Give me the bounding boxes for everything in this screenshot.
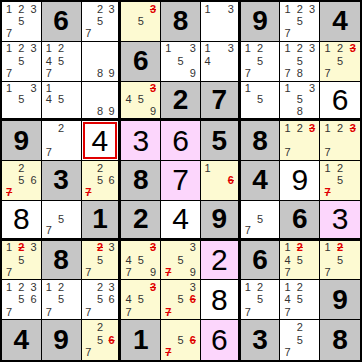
pencil-marks: 57 bbox=[43, 202, 80, 237]
candidate-digit: 5 bbox=[15, 15, 27, 27]
candidate-digit: 3 bbox=[187, 281, 199, 293]
candidate-digit: 5 bbox=[135, 294, 147, 306]
candidate-digit: 2 bbox=[15, 43, 27, 55]
pencil-marks: 257 bbox=[281, 321, 318, 359]
cell-r2c5[interactable]: 1359 bbox=[161, 42, 201, 82]
eliminated-candidate: 2 bbox=[15, 242, 27, 254]
cell-r4c4[interactable]: 3 bbox=[121, 121, 161, 161]
empty-slot bbox=[306, 94, 318, 106]
candidate-digit: 2 bbox=[334, 43, 347, 55]
cell-r5c3[interactable]: 2567 bbox=[82, 161, 122, 201]
empty-slot bbox=[242, 202, 254, 214]
empty-slot bbox=[346, 266, 359, 278]
empty-slot bbox=[15, 28, 27, 40]
empty-slot bbox=[346, 67, 359, 79]
pencil-marks: 123578 bbox=[281, 43, 318, 80]
empty-slot bbox=[174, 266, 186, 278]
cell-r9c8[interactable]: 257 bbox=[280, 320, 320, 360]
empty-slot bbox=[55, 147, 67, 159]
empty-slot bbox=[28, 254, 40, 266]
candidate-digit: 7 bbox=[321, 266, 334, 278]
cell-r7c9[interactable]: 1257 bbox=[320, 241, 360, 281]
candidate-digit: 1 bbox=[242, 83, 254, 95]
empty-slot bbox=[174, 281, 186, 293]
given-digit: 6 bbox=[133, 47, 149, 75]
empty-slot bbox=[106, 266, 118, 278]
candidate-digit: 4 bbox=[202, 55, 214, 67]
empty-slot bbox=[83, 334, 95, 347]
empty-slot bbox=[213, 174, 225, 186]
candidate-digit: 3 bbox=[106, 281, 118, 293]
empty-slot bbox=[3, 162, 15, 174]
pencil-marks: 12457 bbox=[281, 242, 318, 279]
cell-r9c2[interactable]: 9 bbox=[42, 320, 82, 360]
cell-r3c6[interactable]: 7 bbox=[201, 82, 241, 122]
candidate-digit: 9 bbox=[187, 266, 199, 278]
candidate-digit: 6 bbox=[106, 174, 118, 186]
candidate-digit: 1 bbox=[242, 43, 254, 55]
cell-r7c4[interactable]: 34579 bbox=[121, 241, 161, 281]
cell-r7c6[interactable]: 2 bbox=[201, 241, 241, 281]
empty-slot bbox=[106, 187, 118, 199]
candidate-digit: 4 bbox=[281, 254, 293, 266]
pencil-marks: 12357 bbox=[281, 3, 318, 40]
empty-slot bbox=[67, 213, 79, 225]
empty-slot bbox=[174, 306, 186, 318]
eliminated-candidate: 7 bbox=[162, 266, 174, 278]
empty-slot bbox=[67, 43, 79, 55]
cell-r5c1[interactable]: 2567 bbox=[2, 161, 42, 201]
candidate-digit: 7 bbox=[281, 67, 293, 79]
candidate-digit: 5 bbox=[294, 55, 306, 67]
empty-slot bbox=[135, 281, 147, 293]
cell-r2c3[interactable]: 89 bbox=[82, 42, 122, 82]
empty-slot bbox=[94, 306, 106, 318]
cell-r3c4[interactable]: 3459 bbox=[121, 82, 161, 122]
empty-slot bbox=[334, 187, 347, 199]
solved-digit: 6 bbox=[172, 126, 189, 156]
cell-r2c6[interactable]: 134 bbox=[201, 42, 241, 82]
given-digit: 2 bbox=[133, 205, 149, 233]
cell-r9c5[interactable]: 567 bbox=[161, 320, 201, 360]
pencil-marks: 1257 bbox=[242, 43, 279, 80]
eliminated-candidate: 3 bbox=[147, 242, 159, 254]
given-digit: 3 bbox=[252, 326, 268, 354]
pencil-marks: 3579 bbox=[162, 242, 199, 279]
cell-r4c5[interactable]: 6 bbox=[161, 121, 201, 161]
empty-slot bbox=[122, 3, 134, 15]
candidate-digit: 1 bbox=[3, 43, 15, 55]
cell-r2c8[interactable]: 123578 bbox=[280, 42, 320, 82]
given-digit: 8 bbox=[332, 326, 348, 354]
cell-r6c3[interactable]: 1 bbox=[82, 201, 122, 241]
empty-slot bbox=[306, 55, 318, 67]
candidate-digit: 4 bbox=[43, 94, 55, 106]
pencil-marks: 89 bbox=[83, 43, 118, 80]
empty-slot bbox=[294, 135, 306, 147]
cell-r1c8[interactable]: 12357 bbox=[280, 2, 320, 42]
candidate-digit: 3 bbox=[306, 43, 318, 55]
eliminated-candidate: 3 bbox=[346, 43, 359, 55]
cell-r2c4[interactable]: 6 bbox=[121, 42, 161, 82]
candidate-digit: 5 bbox=[94, 294, 106, 306]
candidate-digit: 1 bbox=[281, 3, 293, 15]
cell-r5c5[interactable]: 7 bbox=[161, 161, 201, 201]
cell-r2c7[interactable]: 1257 bbox=[241, 42, 281, 82]
candidate-digit: 6 bbox=[106, 294, 118, 306]
empty-slot bbox=[135, 106, 147, 118]
given-digit: 9 bbox=[332, 286, 348, 314]
empty-slot bbox=[15, 106, 27, 118]
candidate-digit: 5 bbox=[15, 174, 27, 186]
empty-slot bbox=[67, 83, 79, 95]
empty-slot bbox=[67, 202, 79, 214]
candidate-digit: 7 bbox=[281, 306, 293, 318]
cell-r5c9[interactable]: 1257 bbox=[320, 161, 360, 201]
cell-r9c4[interactable]: 1 bbox=[121, 320, 161, 360]
pencil-marks: 2357 bbox=[83, 3, 118, 40]
empty-slot bbox=[122, 28, 134, 40]
empty-slot bbox=[106, 162, 118, 174]
empty-slot bbox=[67, 147, 79, 159]
empty-slot bbox=[346, 162, 359, 174]
pencil-marks: 1237 bbox=[321, 122, 359, 159]
cell-r4c8[interactable]: 1237 bbox=[280, 121, 320, 161]
empty-slot bbox=[3, 174, 15, 186]
candidate-digit: 1 bbox=[281, 83, 293, 95]
candidate-digit: 1 bbox=[281, 43, 293, 55]
empty-slot bbox=[306, 346, 318, 359]
given-digit: 3 bbox=[53, 166, 69, 194]
empty-slot bbox=[202, 15, 214, 27]
cell-r1c3[interactable]: 2357 bbox=[82, 2, 122, 42]
cell-r7c7[interactable]: 6 bbox=[241, 241, 281, 281]
empty-slot bbox=[294, 266, 306, 278]
candidate-digit: 7 bbox=[43, 225, 55, 237]
cell-r8c4[interactable]: 3457 bbox=[121, 280, 161, 320]
cell-r1c6[interactable]: 13 bbox=[201, 2, 241, 42]
candidate-digit: 1 bbox=[3, 83, 15, 95]
empty-slot bbox=[83, 281, 95, 293]
cell-r6c4[interactable]: 2 bbox=[121, 201, 161, 241]
empty-slot bbox=[346, 135, 359, 147]
cell-r2c2[interactable]: 12457 bbox=[42, 42, 82, 82]
empty-slot bbox=[294, 28, 306, 40]
empty-slot bbox=[83, 174, 95, 186]
given-digit: 1 bbox=[92, 205, 108, 233]
candidate-digit: 7 bbox=[3, 28, 15, 40]
cell-r8c1[interactable]: 123567 bbox=[2, 280, 42, 320]
empty-slot bbox=[15, 187, 27, 199]
cell-r8c2[interactable]: 1257 bbox=[42, 280, 82, 320]
empty-slot bbox=[266, 306, 278, 318]
candidate-digit: 5 bbox=[15, 254, 27, 266]
empty-slot bbox=[346, 55, 359, 67]
candidate-digit: 1 bbox=[321, 162, 334, 174]
cell-r5c6[interactable]: 16 bbox=[201, 161, 241, 201]
cell-r6c2[interactable]: 57 bbox=[42, 201, 82, 241]
eliminated-candidate: 6 bbox=[187, 294, 199, 306]
empty-slot bbox=[3, 294, 15, 306]
candidate-digit: 5 bbox=[334, 55, 347, 67]
empty-slot bbox=[242, 94, 254, 106]
empty-slot bbox=[15, 83, 27, 95]
candidate-digit: 2 bbox=[94, 162, 106, 174]
empty-slot bbox=[306, 266, 318, 278]
cell-r5c4[interactable]: 8 bbox=[121, 161, 161, 201]
cell-r8c8[interactable]: 12457 bbox=[280, 280, 320, 320]
candidate-digit: 5 bbox=[94, 254, 106, 266]
empty-slot bbox=[306, 15, 318, 27]
empty-slot bbox=[122, 106, 134, 118]
empty-slot bbox=[213, 162, 225, 174]
candidate-digit: 5 bbox=[254, 55, 266, 67]
empty-slot bbox=[213, 67, 225, 79]
pencil-marks: 1257 bbox=[43, 281, 80, 318]
cell-r8c3[interactable]: 23567 bbox=[82, 280, 122, 320]
cell-r4c6[interactable]: 5 bbox=[201, 121, 241, 161]
cell-r7c3[interactable]: 2357 bbox=[82, 241, 122, 281]
empty-slot bbox=[67, 306, 79, 318]
candidate-digit: 3 bbox=[28, 242, 40, 254]
candidate-digit: 7 bbox=[43, 306, 55, 318]
cell-r4c1[interactable]: 9 bbox=[2, 121, 42, 161]
empty-slot bbox=[174, 346, 186, 359]
candidate-digit: 3 bbox=[306, 83, 318, 95]
empty-slot bbox=[242, 55, 254, 67]
candidate-digit: 7 bbox=[242, 306, 254, 318]
cell-r3c5[interactable]: 2 bbox=[161, 82, 201, 122]
empty-slot bbox=[55, 83, 67, 95]
empty-slot bbox=[346, 187, 359, 199]
eliminated-candidate: 6 bbox=[187, 334, 199, 347]
cell-r6c6[interactable]: 9 bbox=[201, 201, 241, 241]
empty-slot bbox=[266, 202, 278, 214]
empty-slot bbox=[187, 55, 199, 67]
empty-slot bbox=[3, 254, 15, 266]
empty-slot bbox=[306, 135, 318, 147]
cell-r8c7[interactable]: 1257 bbox=[241, 280, 281, 320]
empty-slot bbox=[122, 83, 134, 95]
empty-slot bbox=[162, 242, 174, 254]
candidate-digit: 1 bbox=[3, 3, 15, 15]
candidate-digit: 5 bbox=[174, 254, 186, 266]
eliminated-candidate: 3 bbox=[346, 122, 359, 134]
candidate-digit: 2 bbox=[254, 281, 266, 293]
pencil-marks: 567 bbox=[162, 321, 199, 359]
candidate-digit: 3 bbox=[106, 242, 118, 254]
empty-slot bbox=[334, 135, 347, 147]
pencil-marks: 35 bbox=[122, 3, 159, 40]
cell-r7c5[interactable]: 3579 bbox=[161, 241, 201, 281]
cell-r5c7[interactable]: 4 bbox=[241, 161, 281, 201]
candidate-digit: 2 bbox=[294, 122, 306, 134]
given-digit: 9 bbox=[252, 7, 268, 35]
candidate-digit: 8 bbox=[94, 106, 106, 118]
given-digit: 1 bbox=[133, 326, 149, 354]
cell-r2c9[interactable]: 12357 bbox=[320, 42, 360, 82]
given-digit: 8 bbox=[133, 166, 149, 194]
empty-slot bbox=[346, 254, 359, 266]
pencil-marks: 1257 bbox=[242, 281, 279, 318]
empty-slot bbox=[94, 28, 106, 40]
cell-r4c3[interactable]: 4 bbox=[82, 121, 122, 161]
candidate-digit: 4 bbox=[122, 254, 134, 266]
candidate-digit: 1 bbox=[202, 162, 214, 174]
cell-r9c9[interactable]: 8 bbox=[320, 320, 360, 360]
cell-r8c6[interactable]: 8 bbox=[201, 280, 241, 320]
candidate-digit: 8 bbox=[294, 106, 306, 118]
cell-r6c1[interactable]: 8 bbox=[2, 201, 42, 241]
cell-r5c8[interactable]: 9 bbox=[280, 161, 320, 201]
eliminated-candidate: 7 bbox=[162, 346, 174, 359]
candidate-digit: 1 bbox=[3, 242, 15, 254]
candidate-digit: 5 bbox=[254, 294, 266, 306]
cell-r4c9[interactable]: 1237 bbox=[320, 121, 360, 161]
candidate-digit: 7 bbox=[321, 147, 334, 159]
cell-r1c1[interactable]: 12357 bbox=[2, 2, 42, 42]
empty-slot bbox=[162, 55, 174, 67]
empty-slot bbox=[106, 254, 118, 266]
given-digit: 7 bbox=[211, 86, 227, 114]
empty-slot bbox=[106, 94, 118, 106]
empty-slot bbox=[55, 135, 67, 147]
empty-slot bbox=[28, 187, 40, 199]
candidate-digit: 5 bbox=[294, 15, 306, 27]
candidate-digit: 9 bbox=[147, 266, 159, 278]
empty-slot bbox=[55, 202, 67, 214]
candidate-digit: 1 bbox=[202, 43, 214, 55]
empty-slot bbox=[266, 67, 278, 79]
cell-r7c8[interactable]: 12457 bbox=[280, 241, 320, 281]
candidate-digit: 5 bbox=[294, 254, 306, 266]
candidate-digit: 2 bbox=[94, 3, 106, 15]
empty-slot bbox=[266, 83, 278, 95]
cell-r3c2[interactable]: 145 bbox=[42, 82, 82, 122]
cell-r9c3[interactable]: 2567 bbox=[82, 320, 122, 360]
given-digit: 9 bbox=[14, 127, 30, 155]
cell-r7c2[interactable]: 8 bbox=[42, 241, 82, 281]
candidate-digit: 1 bbox=[3, 281, 15, 293]
pencil-marks: 12357 bbox=[321, 43, 359, 80]
empty-slot bbox=[321, 55, 334, 67]
empty-slot bbox=[83, 67, 95, 79]
pencil-marks: 2567 bbox=[83, 321, 118, 359]
eliminated-candidate: 3 bbox=[147, 3, 159, 15]
solved-digit: 8 bbox=[211, 285, 228, 315]
cell-r3c1[interactable]: 135 bbox=[2, 82, 42, 122]
cell-r3c9[interactable]: 6 bbox=[320, 82, 360, 122]
cell-r6c8[interactable]: 6 bbox=[280, 201, 320, 241]
cell-r1c5[interactable]: 8 bbox=[161, 2, 201, 42]
cell-r3c8[interactable]: 1358 bbox=[280, 82, 320, 122]
cell-r9c7[interactable]: 3 bbox=[241, 320, 281, 360]
cell-r8c5[interactable]: 3567 bbox=[161, 280, 201, 320]
empty-slot bbox=[83, 83, 95, 95]
empty-slot bbox=[162, 254, 174, 266]
empty-slot bbox=[106, 43, 118, 55]
candidate-digit: 1 bbox=[321, 122, 334, 134]
empty-slot bbox=[28, 162, 40, 174]
cell-r1c9[interactable]: 4 bbox=[320, 2, 360, 42]
pencil-marks: 89 bbox=[83, 83, 118, 118]
empty-slot bbox=[67, 281, 79, 293]
empty-slot bbox=[67, 135, 79, 147]
candidate-digit: 3 bbox=[187, 242, 199, 254]
empty-slot bbox=[266, 106, 278, 118]
empty-slot bbox=[306, 254, 318, 266]
cell-r6c5[interactable]: 4 bbox=[161, 201, 201, 241]
empty-slot bbox=[334, 266, 347, 278]
cell-r9c1[interactable]: 4 bbox=[2, 320, 42, 360]
empty-slot bbox=[306, 28, 318, 40]
empty-slot bbox=[254, 83, 266, 95]
candidate-digit: 5 bbox=[94, 174, 106, 186]
cell-r8c9[interactable]: 9 bbox=[320, 280, 360, 320]
candidate-digit: 5 bbox=[55, 94, 67, 106]
pencil-marks: 123567 bbox=[3, 281, 40, 318]
cell-r3c7[interactable]: 15 bbox=[241, 82, 281, 122]
candidate-digit: 2 bbox=[55, 281, 67, 293]
candidate-digit: 5 bbox=[174, 294, 186, 306]
empty-slot bbox=[162, 67, 174, 79]
cell-r3c3[interactable]: 89 bbox=[82, 82, 122, 122]
candidate-digit: 5 bbox=[15, 94, 27, 106]
empty-slot bbox=[213, 28, 225, 40]
eliminated-candidate: 3 bbox=[147, 281, 159, 293]
empty-slot bbox=[94, 83, 106, 95]
cell-r1c4[interactable]: 35 bbox=[121, 2, 161, 42]
cell-r6c7[interactable]: 57 bbox=[241, 201, 281, 241]
cell-r2c1[interactable]: 12357 bbox=[2, 42, 42, 82]
cell-r4c7[interactable]: 8 bbox=[241, 121, 281, 161]
candidate-digit: 4 bbox=[43, 55, 55, 67]
empty-slot bbox=[106, 346, 118, 359]
cell-r5c2[interactable]: 3 bbox=[42, 161, 82, 201]
empty-slot bbox=[162, 294, 174, 306]
empty-slot bbox=[174, 67, 186, 79]
empty-slot bbox=[254, 106, 266, 118]
cell-r6c9[interactable]: 3 bbox=[320, 201, 360, 241]
empty-slot bbox=[28, 306, 40, 318]
empty-slot bbox=[147, 28, 159, 40]
pencil-marks: 145 bbox=[43, 83, 80, 118]
cell-r7c1[interactable]: 12357 bbox=[2, 241, 42, 281]
empty-slot bbox=[242, 213, 254, 225]
empty-slot bbox=[346, 147, 359, 159]
candidate-digit: 5 bbox=[254, 213, 266, 225]
candidate-digit: 7 bbox=[83, 346, 95, 359]
empty-slot bbox=[242, 294, 254, 306]
candidate-digit: 6 bbox=[28, 294, 40, 306]
cell-r9c6[interactable]: 6 bbox=[201, 320, 241, 360]
candidate-digit: 9 bbox=[147, 106, 159, 118]
empty-slot bbox=[187, 254, 199, 266]
candidate-digit: 3 bbox=[28, 281, 40, 293]
cell-r1c7[interactable]: 9 bbox=[241, 2, 281, 42]
cell-r4c2[interactable]: 27 bbox=[42, 121, 82, 161]
cell-r1c2[interactable]: 6 bbox=[42, 2, 82, 42]
candidate-digit: 2 bbox=[294, 321, 306, 334]
candidate-digit: 1 bbox=[43, 281, 55, 293]
candidate-digit: 7 bbox=[83, 306, 95, 318]
empty-slot bbox=[202, 67, 214, 79]
empty-slot bbox=[106, 306, 118, 318]
empty-slot bbox=[43, 294, 55, 306]
empty-slot bbox=[55, 67, 67, 79]
eliminated-candidate: 2 bbox=[334, 242, 347, 254]
given-digit: 6 bbox=[53, 7, 69, 35]
